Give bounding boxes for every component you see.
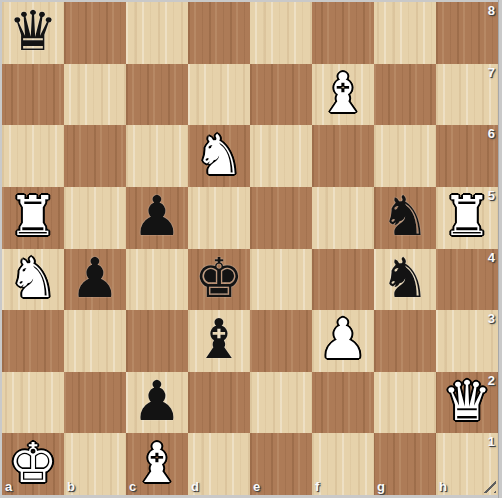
- square-f2[interactable]: [312, 372, 374, 434]
- square-f8[interactable]: [312, 2, 374, 64]
- resize-handle-icon[interactable]: [483, 480, 496, 493]
- file-label-b: b: [67, 479, 75, 494]
- square-f5[interactable]: [312, 187, 374, 249]
- rank-label-7: 7: [488, 65, 495, 80]
- rank-label-4: 4: [488, 250, 495, 265]
- piece-white-rook[interactable]: ♜: [8, 189, 57, 244]
- square-a6[interactable]: [2, 125, 64, 187]
- piece-white-bishop[interactable]: ♝: [318, 66, 367, 121]
- file-label-e: e: [253, 479, 260, 494]
- square-h7[interactable]: 7: [436, 64, 498, 126]
- piece-black-pawn[interactable]: ♟: [132, 374, 181, 429]
- piece-white-rook[interactable]: ♜: [442, 189, 491, 244]
- square-b2[interactable]: [64, 372, 126, 434]
- piece-black-bishop[interactable]: ♝: [194, 312, 243, 367]
- square-b5[interactable]: [64, 187, 126, 249]
- square-d7[interactable]: [188, 64, 250, 126]
- rank-label-1: 1: [488, 434, 495, 449]
- rank-label-3: 3: [488, 311, 495, 326]
- square-a7[interactable]: [2, 64, 64, 126]
- square-d5[interactable]: [188, 187, 250, 249]
- square-f3[interactable]: ♟: [312, 310, 374, 372]
- piece-black-knight[interactable]: ♞: [380, 189, 429, 244]
- square-h5[interactable]: ♜5: [436, 187, 498, 249]
- piece-white-pawn[interactable]: ♟: [318, 312, 367, 367]
- square-d1[interactable]: d: [188, 433, 250, 495]
- square-f4[interactable]: [312, 249, 374, 311]
- square-g1[interactable]: g: [374, 433, 436, 495]
- file-label-f: f: [315, 479, 319, 494]
- square-e7[interactable]: [250, 64, 312, 126]
- square-e6[interactable]: [250, 125, 312, 187]
- square-h1[interactable]: 1h: [436, 433, 498, 495]
- square-a1[interactable]: ♚a: [2, 433, 64, 495]
- piece-black-knight[interactable]: ♞: [380, 251, 429, 306]
- board-frame: ♛8♝7♞6♜♟♞♜5♞♟♚♞4♝♟3♟♛2♚ab♝cdefg1h: [0, 0, 502, 498]
- piece-black-pawn[interactable]: ♟: [132, 189, 181, 244]
- square-g6[interactable]: [374, 125, 436, 187]
- square-h2[interactable]: ♛2: [436, 372, 498, 434]
- piece-white-bishop[interactable]: ♝: [132, 436, 181, 491]
- square-c3[interactable]: [126, 310, 188, 372]
- square-f1[interactable]: f: [312, 433, 374, 495]
- square-c4[interactable]: [126, 249, 188, 311]
- square-c1[interactable]: ♝c: [126, 433, 188, 495]
- square-e4[interactable]: [250, 249, 312, 311]
- square-d6[interactable]: ♞: [188, 125, 250, 187]
- rank-label-6: 6: [488, 126, 495, 141]
- square-g8[interactable]: [374, 2, 436, 64]
- square-g5[interactable]: ♞: [374, 187, 436, 249]
- piece-black-pawn[interactable]: ♟: [70, 251, 119, 306]
- square-h8[interactable]: 8: [436, 2, 498, 64]
- square-a5[interactable]: ♜: [2, 187, 64, 249]
- square-b4[interactable]: ♟: [64, 249, 126, 311]
- square-d4[interactable]: ♚: [188, 249, 250, 311]
- chess-board: ♛8♝7♞6♜♟♞♜5♞♟♚♞4♝♟3♟♛2♚ab♝cdefg1h: [2, 2, 498, 495]
- square-e1[interactable]: e: [250, 433, 312, 495]
- square-b6[interactable]: [64, 125, 126, 187]
- piece-black-queen[interactable]: ♛: [8, 4, 57, 59]
- rank-label-8: 8: [488, 3, 495, 18]
- square-a8[interactable]: ♛: [2, 2, 64, 64]
- square-b3[interactable]: [64, 310, 126, 372]
- file-label-g: g: [377, 479, 385, 494]
- file-label-d: d: [191, 479, 199, 494]
- square-b7[interactable]: [64, 64, 126, 126]
- square-e2[interactable]: [250, 372, 312, 434]
- square-g7[interactable]: [374, 64, 436, 126]
- square-a4[interactable]: ♞: [2, 249, 64, 311]
- piece-white-knight[interactable]: ♞: [194, 128, 243, 183]
- square-e5[interactable]: [250, 187, 312, 249]
- file-label-c: c: [129, 479, 136, 494]
- square-a3[interactable]: [2, 310, 64, 372]
- square-f7[interactable]: ♝: [312, 64, 374, 126]
- square-f6[interactable]: [312, 125, 374, 187]
- rank-label-2: 2: [488, 373, 495, 388]
- square-e8[interactable]: [250, 2, 312, 64]
- square-b8[interactable]: [64, 2, 126, 64]
- file-label-a: a: [5, 479, 12, 494]
- square-e3[interactable]: [250, 310, 312, 372]
- square-h4[interactable]: 4: [436, 249, 498, 311]
- square-c7[interactable]: [126, 64, 188, 126]
- square-b1[interactable]: b: [64, 433, 126, 495]
- piece-white-knight[interactable]: ♞: [8, 251, 57, 306]
- square-c5[interactable]: ♟: [126, 187, 188, 249]
- piece-white-queen[interactable]: ♛: [442, 374, 491, 429]
- square-g2[interactable]: [374, 372, 436, 434]
- square-c2[interactable]: ♟: [126, 372, 188, 434]
- square-g4[interactable]: ♞: [374, 249, 436, 311]
- piece-black-king[interactable]: ♚: [194, 251, 243, 306]
- square-c6[interactable]: [126, 125, 188, 187]
- file-label-h: h: [439, 479, 447, 494]
- square-g3[interactable]: [374, 310, 436, 372]
- square-h3[interactable]: 3: [436, 310, 498, 372]
- square-d8[interactable]: [188, 2, 250, 64]
- square-d3[interactable]: ♝: [188, 310, 250, 372]
- square-h6[interactable]: 6: [436, 125, 498, 187]
- square-a2[interactable]: [2, 372, 64, 434]
- square-c8[interactable]: [126, 2, 188, 64]
- rank-label-5: 5: [488, 188, 495, 203]
- piece-white-king[interactable]: ♚: [8, 436, 57, 491]
- square-d2[interactable]: [188, 372, 250, 434]
